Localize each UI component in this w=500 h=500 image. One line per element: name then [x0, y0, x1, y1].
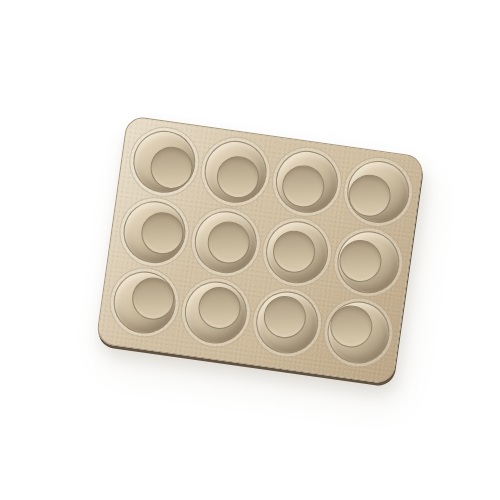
- muffin-cup-r2c4: [329, 223, 408, 302]
- muffin-cup-r3c3: [248, 283, 327, 362]
- muffin-cup-r1c3: [267, 142, 346, 221]
- muffin-pan: [95, 115, 424, 385]
- product-photo-backdrop: [0, 0, 500, 500]
- muffin-cup-r1c4: [339, 152, 418, 231]
- muffin-cup-r3c4: [319, 293, 398, 372]
- muffin-cup-r3c2: [176, 273, 255, 352]
- muffin-cup-r1c1: [125, 122, 204, 201]
- muffin-cup-r3c1: [105, 263, 184, 342]
- muffin-cup-grid: [97, 116, 424, 383]
- muffin-cup-r2c2: [186, 203, 265, 282]
- muffin-cup-r2c3: [258, 213, 337, 292]
- muffin-cup-r2c1: [115, 193, 194, 272]
- muffin-cup-r1c2: [196, 132, 275, 211]
